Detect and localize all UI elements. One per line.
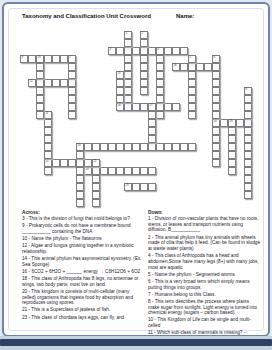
grid-cell	[140, 143, 148, 151]
grid-cell: 8	[244, 87, 252, 95]
grid-cell: 10	[76, 143, 84, 151]
grid-cell	[148, 183, 156, 191]
grid-cell	[116, 79, 124, 87]
grid-cell	[244, 151, 252, 159]
grid-cell	[140, 79, 148, 87]
grid-cell: 17	[148, 103, 156, 111]
grid-cell	[84, 159, 92, 167]
grid-cell	[68, 87, 76, 95]
clue-number: 22	[93, 160, 96, 163]
grid-cell	[140, 103, 148, 111]
grid-cell	[212, 127, 220, 135]
grid-cell: 18	[84, 167, 92, 175]
grid-cell	[140, 55, 148, 63]
down-clue-list: 1 - Division of non-vascular plants that…	[148, 216, 261, 336]
grid-cell: 19	[228, 119, 236, 127]
grid-cell	[148, 167, 156, 175]
grid-cell: 7	[68, 55, 76, 63]
grid-cell	[100, 143, 108, 151]
grid-cell	[212, 71, 220, 79]
grid-cell	[76, 175, 84, 183]
clue-item: 23 - This class of chordata lays eggs, c…	[22, 315, 143, 321]
grid-cell	[68, 71, 76, 79]
grid-cell	[212, 143, 220, 151]
grid-cell	[124, 55, 132, 63]
clue-number: 16	[173, 64, 176, 67]
clue-item: 8 - This term describes the process wher…	[148, 299, 261, 316]
grid-cell	[68, 63, 76, 71]
grid-cell	[228, 127, 236, 135]
grid-cell	[36, 95, 44, 103]
grid-cell	[204, 63, 212, 71]
clue-item: 12 - Algae and fungus growing together i…	[22, 243, 143, 254]
grid-cell	[108, 167, 116, 175]
grid-cell	[244, 111, 252, 119]
grid-cell	[148, 127, 156, 135]
grid-cell	[116, 167, 124, 175]
grid-cell	[148, 143, 156, 151]
grid-cell	[172, 143, 180, 151]
grid-cell	[132, 143, 140, 151]
grid-cell	[76, 167, 84, 175]
grid-cell	[212, 111, 220, 119]
grid-cell	[180, 47, 188, 55]
grid-cell	[116, 87, 124, 95]
clue-number: 13	[37, 56, 40, 59]
grid-cell	[244, 159, 252, 167]
grid-cell	[156, 111, 164, 119]
grid-cell: 22	[92, 159, 100, 167]
grid-cell: 13	[36, 55, 44, 63]
grid-cell	[28, 55, 36, 63]
grid-cell	[108, 143, 116, 151]
grid-cell	[76, 183, 84, 191]
grid-cell	[156, 63, 164, 71]
grid-cell	[156, 55, 164, 63]
grid-cell	[124, 39, 132, 47]
grid-cell	[212, 95, 220, 103]
grid-cell	[132, 167, 140, 175]
grid-cell: 21	[44, 159, 52, 167]
clue-number: 15	[117, 72, 120, 75]
clue-number: 9	[21, 56, 23, 59]
grid-cell	[188, 79, 196, 87]
grid-cell: 16	[172, 63, 180, 71]
grid-cell	[140, 87, 148, 95]
grid-cell	[44, 151, 52, 159]
grid-cell	[44, 79, 52, 87]
clue-number: 11	[45, 112, 48, 115]
grid-cell	[92, 199, 100, 207]
grid-cell	[140, 167, 148, 175]
grid-cell: 2	[140, 31, 148, 39]
grid-cell: 1	[124, 31, 132, 39]
grid-cell	[92, 183, 100, 191]
grid-cell	[140, 63, 148, 71]
grid-cell	[124, 47, 132, 55]
grid-cell	[76, 159, 84, 167]
across-heading: Across:	[22, 210, 143, 215]
clue-item: 20 - This kingdom is consists of multi-c…	[22, 289, 143, 306]
grid-cell	[44, 55, 52, 63]
grid-cell	[148, 47, 156, 55]
grid-cell	[44, 119, 52, 127]
grid-cell	[140, 47, 148, 55]
across-clues-section: Across: 3 - This is the division of fung…	[22, 210, 143, 322]
grid-cell	[76, 151, 84, 159]
grid-cell	[36, 87, 44, 95]
clue-number: 12	[29, 80, 32, 83]
grid-cell	[68, 111, 76, 119]
grid-cell	[212, 159, 220, 167]
grid-cell	[212, 79, 220, 87]
grid-cell	[76, 199, 84, 207]
clue-item: 16 - 6CO2 + 6H2O + ______ energy → C6H12…	[22, 269, 143, 275]
grid-cell: 20	[212, 119, 220, 127]
grid-cell	[60, 55, 68, 63]
grid-cell	[44, 127, 52, 135]
grid-cell	[244, 167, 252, 175]
grid-cell	[52, 55, 60, 63]
grid-cell	[52, 159, 60, 167]
clue-number: 3	[109, 48, 111, 51]
grid-cell	[76, 191, 84, 199]
grid-cell	[92, 191, 100, 199]
clue-number: 19	[229, 120, 232, 123]
clue-item: 5 - Name the phylum - Segmented worms	[148, 272, 261, 278]
grid-cell	[36, 79, 44, 87]
clue-number: 4	[157, 48, 159, 51]
grid-cell	[164, 103, 172, 111]
grid-cell	[124, 71, 132, 79]
grid-cell	[156, 87, 164, 95]
grid-cell	[228, 159, 236, 167]
clue-item: 14 - This animal phylum has asymmetrical…	[22, 256, 143, 267]
grid-cell	[92, 143, 100, 151]
grid-cell	[164, 143, 172, 151]
grid-cell	[244, 191, 252, 199]
clue-item: 6 - This is a very broad term which simp…	[148, 279, 261, 290]
clue-item: 3 - This is the division of fungi that m…	[22, 216, 143, 222]
grid-cell	[44, 135, 52, 143]
grid-cell	[68, 103, 76, 111]
grid-cell	[212, 63, 220, 71]
clue-number: 21	[45, 160, 48, 163]
crossword-grid: 3491371012141716182019212223125681115	[20, 31, 254, 209]
grid-cell	[124, 87, 132, 95]
grid-cell: 4	[156, 47, 164, 55]
grid-cell	[228, 143, 236, 151]
down-clues-section: Down: 1 - Division of non-vascular plant…	[148, 210, 261, 337]
grid-cell	[36, 63, 44, 71]
grid-cell: 23	[124, 183, 132, 191]
clue-item: 2 - This animal phylum has tiny animals …	[148, 235, 261, 252]
grid-cell	[124, 95, 132, 103]
clue-number: 18	[85, 168, 88, 171]
grid-cell	[212, 87, 220, 95]
clue-number: 17	[149, 104, 152, 107]
grid-cell: 11	[44, 111, 52, 119]
grid-cell	[100, 167, 108, 175]
clue-item: 10 - Name the phylum - The flatworms	[22, 236, 143, 242]
page-title: Taxonomy and Classification Unit Crosswo…	[22, 13, 172, 19]
grid-cell: 3	[108, 47, 116, 55]
grid-cell	[188, 143, 196, 151]
grid-cell	[60, 159, 68, 167]
grid-cell	[172, 103, 180, 111]
grid-cell	[148, 119, 156, 127]
grid-cell	[244, 95, 252, 103]
grid-cell	[188, 103, 196, 111]
clue-number: 23	[125, 184, 128, 187]
grid-cell	[244, 135, 252, 143]
grid-cell	[244, 127, 252, 135]
clue-number: 5	[189, 56, 191, 59]
grid-cell	[148, 135, 156, 143]
grid-cell	[196, 63, 204, 71]
grid-cell	[124, 167, 132, 175]
grid-cell	[244, 143, 252, 151]
grid-cell	[92, 175, 100, 183]
clue-item: 1 - Division of non-vascular plants that…	[148, 216, 261, 233]
clue-item: 10 - This Kingdom of Life can be single …	[148, 317, 261, 328]
grid-cell: 9	[20, 55, 28, 63]
clue-number: 14	[117, 104, 120, 107]
grid-cell	[92, 167, 100, 175]
name-label: Name:	[176, 13, 194, 19]
clue-item: 9 - Prokaryotic cells do not have a memb…	[22, 223, 143, 234]
grid-cell	[156, 79, 164, 87]
grid-cell	[212, 135, 220, 143]
grid-cell: 6	[212, 55, 220, 63]
grid-cell	[228, 135, 236, 143]
grid-cell	[244, 119, 252, 127]
grid-cell	[180, 63, 188, 71]
grid-cell	[116, 143, 124, 151]
down-heading: Down:	[148, 210, 261, 215]
clue-item: 21 - This is a Superclass of jawless of …	[22, 307, 143, 313]
grid-cell	[156, 95, 164, 103]
grid-cell	[68, 79, 76, 87]
grid-cell	[244, 175, 252, 183]
clue-number: 8	[245, 88, 247, 91]
clue-number: 7	[69, 56, 71, 59]
grid-cell	[244, 103, 252, 111]
grid-cell	[132, 103, 140, 111]
clue-item: 7 - Humans belong to this Class.	[148, 292, 261, 298]
grid-cell: 5	[188, 55, 196, 63]
grid-cell	[52, 79, 60, 87]
grid-cell	[212, 103, 220, 111]
grid-cell	[116, 95, 124, 103]
grid-cell	[172, 47, 180, 55]
grid-cell	[116, 47, 124, 55]
grid-cell	[164, 47, 172, 55]
grid-cell	[124, 79, 132, 87]
grid-cell	[36, 111, 44, 119]
grid-cell	[180, 143, 188, 151]
grid-cell	[140, 39, 148, 47]
clue-number: 6	[213, 56, 215, 59]
grid-cell	[156, 71, 164, 79]
grid-cell	[68, 159, 76, 167]
grid-cell	[60, 79, 68, 87]
next-page-edge-bar	[0, 339, 272, 346]
grid-cell	[188, 87, 196, 95]
clue-number: 1	[125, 32, 127, 35]
clue-number: 2	[141, 32, 143, 35]
clue-number: 20	[213, 120, 216, 123]
grid-cell	[140, 183, 148, 191]
grid-cell	[188, 111, 196, 119]
clue-number: 10	[77, 144, 80, 147]
grid-cell	[132, 47, 140, 55]
grid-cell	[228, 151, 236, 159]
grid-cell	[188, 71, 196, 79]
grid-cell: 12	[28, 79, 36, 87]
grid-cell	[124, 63, 132, 71]
grid-cell	[44, 143, 52, 151]
grid-cell	[228, 167, 236, 175]
grid-cell	[140, 71, 148, 79]
grid-cell	[236, 119, 244, 127]
grid-cell	[44, 167, 52, 175]
grid-cell	[68, 95, 76, 103]
grid-cell: 15	[116, 71, 124, 79]
grid-cell	[132, 183, 140, 191]
grid-cell	[212, 151, 220, 159]
grid-cell	[244, 183, 252, 191]
across-clue-list: 3 - This is the division of fungi that m…	[22, 216, 143, 320]
grid-cell	[220, 119, 228, 127]
grid-cell	[124, 143, 132, 151]
grid-cell	[156, 143, 164, 151]
grid-cell	[188, 63, 196, 71]
grid-cell	[36, 71, 44, 79]
grid-cell	[148, 111, 156, 119]
grid-cell	[156, 103, 164, 111]
clue-item: 4 - This class of Arthropoda has a head …	[148, 253, 261, 270]
grid-cell	[84, 143, 92, 151]
clue-item: 18 - This class of Arthropoda has 8 legs…	[22, 276, 143, 287]
grid-cell: 14	[116, 103, 124, 111]
grid-cell	[188, 95, 196, 103]
grid-cell	[124, 103, 132, 111]
grid-cell	[36, 103, 44, 111]
